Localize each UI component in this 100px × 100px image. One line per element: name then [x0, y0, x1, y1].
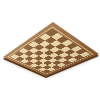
- chessboard-photo: [0, 0, 100, 100]
- chessboard: [3, 22, 99, 76]
